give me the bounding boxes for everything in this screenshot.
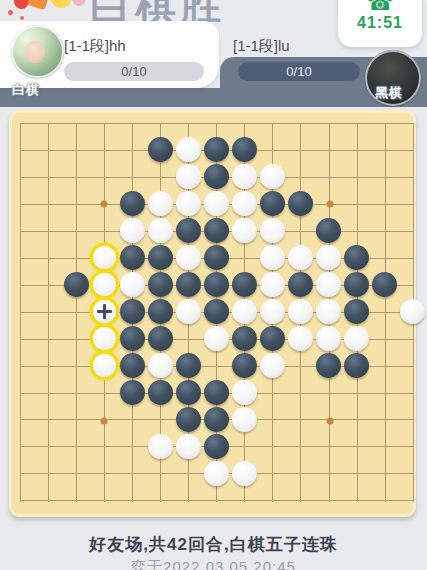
white-stone (120, 218, 145, 243)
board-cell[interactable] (34, 433, 62, 460)
board-cell[interactable] (146, 298, 174, 325)
board-cell[interactable] (230, 487, 258, 514)
white-stone (316, 272, 341, 297)
board-cell[interactable] (258, 379, 286, 406)
board-cell[interactable] (286, 190, 314, 217)
black-stone (372, 272, 397, 297)
board-cell[interactable] (90, 190, 118, 217)
white-stone (232, 407, 257, 432)
board-cell[interactable] (62, 433, 90, 460)
board-cell[interactable] (258, 271, 286, 298)
black-stone (204, 407, 229, 432)
board-cell[interactable] (286, 110, 314, 137)
white-stone (148, 353, 173, 378)
confetti-shape (20, 16, 24, 20)
board-cell[interactable] (343, 406, 371, 433)
confetti-shape (50, 0, 72, 8)
board-cell[interactable] (118, 136, 146, 163)
board-cell[interactable] (6, 487, 34, 514)
black-stone (176, 272, 201, 297)
board-cell[interactable] (286, 325, 314, 352)
board-cell[interactable] (90, 406, 118, 433)
white-player-avatar[interactable] (11, 25, 64, 78)
board-cell[interactable] (90, 433, 118, 460)
board-cell[interactable] (230, 406, 258, 433)
board-cell[interactable] (258, 460, 286, 487)
black-stone (120, 326, 145, 351)
timer-time: 41:51 (338, 14, 422, 32)
board-cell[interactable] (62, 352, 90, 379)
board-cell[interactable] (343, 271, 371, 298)
board-cell[interactable] (118, 352, 146, 379)
board-cell[interactable] (34, 379, 62, 406)
board-cell[interactable] (174, 352, 202, 379)
board-cell[interactable] (202, 352, 230, 379)
black-stone (176, 407, 201, 432)
board-cell[interactable] (230, 190, 258, 217)
board-cell[interactable] (202, 487, 230, 514)
board-cell[interactable] (202, 325, 230, 352)
board-cell[interactable] (258, 325, 286, 352)
board-cell[interactable] (399, 271, 427, 298)
board-cell[interactable] (202, 217, 230, 244)
black-stone (148, 299, 173, 324)
board-cell[interactable] (371, 460, 399, 487)
black-stone (288, 191, 313, 216)
black-side-label: 黑棋 (375, 84, 403, 102)
board-cell[interactable] (371, 136, 399, 163)
board-cell[interactable] (315, 406, 343, 433)
board-cell[interactable] (34, 110, 62, 137)
board-cell[interactable] (371, 163, 399, 190)
board-cell[interactable] (286, 244, 314, 271)
white-stone (316, 299, 341, 324)
board-cell[interactable] (230, 244, 258, 271)
white-stone (232, 218, 257, 243)
board-cell[interactable] (34, 217, 62, 244)
board-cell[interactable] (202, 271, 230, 298)
board-cell[interactable] (146, 110, 174, 137)
board-cell[interactable] (258, 487, 286, 514)
winning-white-stone (93, 273, 116, 296)
board-cell[interactable] (174, 487, 202, 514)
board-cell[interactable] (174, 379, 202, 406)
board-cell[interactable] (230, 325, 258, 352)
board-cell[interactable] (6, 460, 34, 487)
board-cell[interactable] (34, 298, 62, 325)
white-stone (148, 218, 173, 243)
board-cell[interactable] (202, 190, 230, 217)
board-cell[interactable] (230, 217, 258, 244)
white-stone (148, 191, 173, 216)
board-cell[interactable] (146, 190, 174, 217)
board-cell[interactable] (343, 487, 371, 514)
board-cell[interactable] (258, 244, 286, 271)
board-cell[interactable] (315, 217, 343, 244)
board-cell[interactable] (174, 190, 202, 217)
timer-card[interactable]: ☎ 41:51 (338, 0, 422, 47)
white-stone (204, 191, 229, 216)
phone-icon: ☎ (338, 0, 422, 13)
board-cell[interactable] (371, 406, 399, 433)
board-cell[interactable] (118, 460, 146, 487)
board-cell[interactable] (174, 325, 202, 352)
board-cell[interactable] (174, 110, 202, 137)
board-cell[interactable] (34, 487, 62, 514)
confetti-shape (14, 0, 29, 9)
black-stone (64, 272, 89, 297)
board-cell[interactable] (118, 325, 146, 352)
board-cell[interactable] (286, 217, 314, 244)
white-progress-bar: 0/10 (64, 62, 204, 81)
white-stone (260, 299, 285, 324)
board-cell[interactable] (343, 217, 371, 244)
board-cell[interactable] (230, 433, 258, 460)
board-cell[interactable] (174, 298, 202, 325)
board-cell[interactable] (174, 460, 202, 487)
board-cell[interactable] (258, 352, 286, 379)
board-cell[interactable] (62, 217, 90, 244)
white-stone (260, 272, 285, 297)
black-stone (344, 353, 369, 378)
board-cell[interactable] (90, 244, 118, 271)
black-stone (260, 191, 285, 216)
white-stone (260, 164, 285, 189)
board-cell[interactable] (62, 110, 90, 137)
board-cell[interactable] (34, 352, 62, 379)
white-stone (232, 191, 257, 216)
board-cell[interactable] (343, 244, 371, 271)
board-cell[interactable] (146, 325, 174, 352)
white-stone (260, 353, 285, 378)
board-cell[interactable] (62, 163, 90, 190)
board-cell[interactable] (174, 163, 202, 190)
board-cell[interactable] (118, 487, 146, 514)
board-cell[interactable] (315, 487, 343, 514)
board-cell[interactable] (90, 487, 118, 514)
board-cell[interactable] (174, 406, 202, 433)
black-stone (232, 326, 257, 351)
board-cell[interactable] (399, 352, 427, 379)
board-cell[interactable] (371, 271, 399, 298)
board-cell[interactable] (90, 460, 118, 487)
board-cell[interactable] (399, 460, 427, 487)
white-player-name: [1-1段]hh (64, 37, 126, 56)
board-cell[interactable] (6, 163, 34, 190)
white-stone (316, 326, 341, 351)
board-cell[interactable] (343, 460, 371, 487)
board-cell[interactable] (146, 433, 174, 460)
board-cell[interactable] (343, 352, 371, 379)
board-cell[interactable] (371, 244, 399, 271)
board-cell[interactable] (34, 406, 62, 433)
board-cell[interactable] (258, 190, 286, 217)
board-cell[interactable] (34, 163, 62, 190)
board-cell[interactable] (315, 136, 343, 163)
board-cell[interactable] (399, 163, 427, 190)
black-stone (344, 272, 369, 297)
board-cell[interactable] (230, 352, 258, 379)
white-stone (176, 245, 201, 270)
board-cell[interactable] (6, 406, 34, 433)
board-cell[interactable] (174, 244, 202, 271)
board-cell[interactable] (399, 379, 427, 406)
board-cell[interactable] (118, 244, 146, 271)
board-cell[interactable] (230, 163, 258, 190)
black-stone (148, 380, 173, 405)
board-cell[interactable] (258, 298, 286, 325)
board-cell[interactable] (174, 271, 202, 298)
white-stone (288, 245, 313, 270)
board-cell[interactable] (62, 325, 90, 352)
board-cell[interactable] (90, 352, 118, 379)
board-cell[interactable] (343, 163, 371, 190)
board-cell[interactable] (371, 325, 399, 352)
board-cell[interactable] (371, 190, 399, 217)
board-cell[interactable] (343, 298, 371, 325)
board-cell[interactable] (315, 271, 343, 298)
board-cell[interactable] (146, 136, 174, 163)
board-cell[interactable] (62, 487, 90, 514)
black-stone (204, 245, 229, 270)
black-progress-bar: 0/10 (238, 62, 360, 81)
board-cell[interactable] (286, 352, 314, 379)
black-stone (120, 191, 145, 216)
black-stone (176, 353, 201, 378)
white-side-label: 白棋 (12, 81, 40, 99)
winning-white-stone (93, 246, 116, 269)
board-cell[interactable] (62, 379, 90, 406)
board-cell[interactable] (118, 110, 146, 137)
black-stone (120, 245, 145, 270)
board-cell[interactable] (343, 433, 371, 460)
board-cell[interactable] (202, 163, 230, 190)
board-cell[interactable] (62, 136, 90, 163)
board-cell[interactable] (34, 271, 62, 298)
board-cell[interactable] (371, 217, 399, 244)
game-summary: 好友场,共42回合,白棋五子连珠 (0, 533, 427, 556)
white-stone (176, 299, 201, 324)
board-cell[interactable] (286, 487, 314, 514)
board-cell[interactable] (174, 217, 202, 244)
board-cell[interactable] (230, 460, 258, 487)
board-cell[interactable] (315, 325, 343, 352)
board-cell[interactable] (230, 110, 258, 137)
board-cell[interactable] (315, 352, 343, 379)
board-cell[interactable] (202, 460, 230, 487)
board-cell[interactable] (90, 217, 118, 244)
board-cell[interactable] (286, 136, 314, 163)
board-cell[interactable] (258, 136, 286, 163)
board-cell[interactable] (174, 136, 202, 163)
board-cell[interactable] (146, 352, 174, 379)
black-stone (148, 326, 173, 351)
board-cell[interactable] (202, 298, 230, 325)
board-cell[interactable] (286, 379, 314, 406)
board-cell[interactable] (90, 163, 118, 190)
board-cell[interactable] (6, 244, 34, 271)
board-cell[interactable] (90, 271, 118, 298)
board-cell[interactable] (6, 379, 34, 406)
board-cell[interactable] (371, 433, 399, 460)
black-stone (204, 272, 229, 297)
board-cell[interactable] (174, 433, 202, 460)
board-cell[interactable] (6, 298, 34, 325)
white-stone (176, 434, 201, 459)
board-cell[interactable] (343, 325, 371, 352)
board-cell[interactable] (399, 190, 427, 217)
winning-white-stone (93, 354, 116, 377)
board-cell[interactable] (34, 325, 62, 352)
board-cell[interactable] (62, 271, 90, 298)
board-cell[interactable] (399, 487, 427, 514)
board-cell[interactable] (6, 271, 34, 298)
white-stone (344, 326, 369, 351)
board-cell[interactable] (258, 433, 286, 460)
board-cell[interactable] (315, 190, 343, 217)
board-cell[interactable] (146, 379, 174, 406)
board-cell[interactable] (202, 433, 230, 460)
white-stone (176, 164, 201, 189)
board-cell[interactable] (62, 298, 90, 325)
board-cell[interactable] (146, 460, 174, 487)
black-stone (232, 272, 257, 297)
white-stone (316, 245, 341, 270)
board-cell[interactable] (146, 163, 174, 190)
board-cell[interactable] (34, 190, 62, 217)
board-cell[interactable] (343, 190, 371, 217)
board-cell[interactable] (399, 217, 427, 244)
board-cell[interactable] (315, 298, 343, 325)
board-cell[interactable] (90, 325, 118, 352)
board-cell[interactable] (202, 110, 230, 137)
black-stone (232, 137, 257, 162)
board-cell[interactable] (6, 325, 34, 352)
board-cell[interactable] (371, 298, 399, 325)
board-cell[interactable] (399, 298, 427, 325)
board-cell[interactable] (90, 298, 118, 325)
black-stone (148, 272, 173, 297)
board-cell[interactable] (230, 271, 258, 298)
board-cell[interactable] (315, 110, 343, 137)
board-cell[interactable] (6, 110, 34, 137)
board-cell[interactable] (371, 110, 399, 137)
board-cell[interactable] (315, 244, 343, 271)
board-cell[interactable] (118, 217, 146, 244)
black-stone (204, 434, 229, 459)
board-cell[interactable] (371, 352, 399, 379)
board-cell[interactable] (371, 487, 399, 514)
board-cell[interactable] (118, 190, 146, 217)
board-cell[interactable] (34, 136, 62, 163)
board-cell[interactable] (286, 433, 314, 460)
board-cell[interactable] (62, 190, 90, 217)
board-cell[interactable] (399, 110, 427, 137)
white-stone (232, 299, 257, 324)
white-stone (400, 299, 425, 324)
white-stone (148, 434, 173, 459)
board-cell[interactable] (6, 352, 34, 379)
board-cell[interactable] (118, 163, 146, 190)
board-cell[interactable] (118, 271, 146, 298)
black-stone (344, 245, 369, 270)
board-cell[interactable] (286, 298, 314, 325)
board-cell[interactable] (258, 217, 286, 244)
board-cell[interactable] (62, 406, 90, 433)
board-cell[interactable] (118, 379, 146, 406)
board-cell[interactable] (34, 460, 62, 487)
board-cell[interactable] (202, 244, 230, 271)
board-cell[interactable] (371, 379, 399, 406)
white-stone (204, 461, 229, 486)
black-stone (288, 272, 313, 297)
white-stone (232, 380, 257, 405)
board-cell[interactable] (230, 298, 258, 325)
board-cell[interactable] (258, 110, 286, 137)
board-cell[interactable] (90, 110, 118, 137)
board-cell[interactable] (258, 163, 286, 190)
board-cell[interactable] (315, 433, 343, 460)
board-cell[interactable] (146, 244, 174, 271)
black-stone (232, 353, 257, 378)
board-cell[interactable] (118, 298, 146, 325)
board-cell[interactable] (399, 325, 427, 352)
white-stone (232, 461, 257, 486)
board-cell[interactable] (343, 110, 371, 137)
board-cell[interactable] (90, 136, 118, 163)
board-cell[interactable] (6, 433, 34, 460)
board-cell[interactable] (399, 244, 427, 271)
board-cell[interactable] (399, 406, 427, 433)
board-cell[interactable] (146, 217, 174, 244)
board-cell[interactable] (202, 136, 230, 163)
board-cell[interactable] (146, 487, 174, 514)
board-cell[interactable] (146, 271, 174, 298)
board-cell[interactable] (34, 244, 62, 271)
board-cell[interactable] (118, 433, 146, 460)
board-cell[interactable] (202, 379, 230, 406)
white-stone (288, 299, 313, 324)
board-cell[interactable] (230, 136, 258, 163)
board-cell[interactable] (230, 379, 258, 406)
board-cell[interactable] (90, 379, 118, 406)
board-cell[interactable] (399, 136, 427, 163)
board-cell[interactable] (118, 406, 146, 433)
board-cell[interactable] (286, 406, 314, 433)
board-cell[interactable] (202, 406, 230, 433)
black-player-name: [1-1段]lu (233, 37, 290, 56)
board-cell[interactable] (62, 460, 90, 487)
board-cell[interactable] (343, 379, 371, 406)
board-stones-grid (6, 110, 427, 514)
board-cell[interactable] (62, 244, 90, 271)
board-cell[interactable] (6, 217, 34, 244)
board-cell[interactable] (286, 460, 314, 487)
board-cell[interactable] (6, 190, 34, 217)
board-cell[interactable] (315, 163, 343, 190)
board-cell[interactable] (343, 136, 371, 163)
board-cell[interactable] (258, 406, 286, 433)
black-stone (204, 164, 229, 189)
board-cell[interactable] (315, 379, 343, 406)
board-cell[interactable] (146, 406, 174, 433)
board-cell[interactable] (6, 136, 34, 163)
board-cell[interactable] (286, 271, 314, 298)
black-stone (148, 137, 173, 162)
board-cell[interactable] (286, 163, 314, 190)
board-cell[interactable] (315, 460, 343, 487)
board-cell[interactable] (399, 433, 427, 460)
